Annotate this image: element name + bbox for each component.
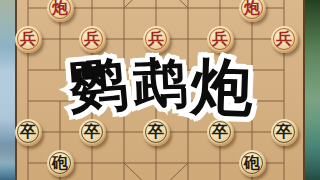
piece-character: 炮 xyxy=(244,0,260,16)
piece-character: 兵 xyxy=(276,31,292,47)
piece-red-soldier[interactable]: 兵 xyxy=(271,26,298,53)
piece-character: 兵 xyxy=(212,31,228,47)
piece-black-soldier[interactable]: 卒 xyxy=(15,119,42,146)
piece-character: 兵 xyxy=(84,31,100,47)
piece-black-cannon[interactable]: 砲 xyxy=(47,150,74,177)
piece-black-soldier[interactable]: 卒 xyxy=(271,119,298,146)
piece-black-soldier[interactable]: 卒 xyxy=(143,119,170,146)
overlay-title-character: 炮 xyxy=(190,53,254,123)
piece-character: 卒 xyxy=(84,124,100,140)
piece-character: 砲 xyxy=(244,155,260,171)
piece-red-soldier[interactable]: 兵 xyxy=(207,26,234,53)
piece-character: 兵 xyxy=(148,31,164,47)
piece-red-soldier[interactable]: 兵 xyxy=(143,26,170,53)
overlay-title-character: 鹦 xyxy=(66,52,129,121)
overlay-title-character: 鹉 xyxy=(132,53,188,114)
piece-character: 卒 xyxy=(212,124,228,140)
piece-black-cannon[interactable]: 砲 xyxy=(239,150,266,177)
piece-character: 砲 xyxy=(52,155,68,171)
piece-character: 卒 xyxy=(148,124,164,140)
piece-character: 兵 xyxy=(20,31,36,47)
piece-black-soldier[interactable]: 卒 xyxy=(79,119,106,146)
piece-red-soldier[interactable]: 兵 xyxy=(79,26,106,53)
xiangqi-app: 炮炮兵兵兵兵兵卒卒卒卒砲卒砲 鹦鹉炮 xyxy=(0,0,320,180)
overlay-title: 鹦鹉炮 xyxy=(0,54,320,118)
piece-red-soldier[interactable]: 兵 xyxy=(15,26,42,53)
piece-character: 卒 xyxy=(20,124,36,140)
piece-red-cannon[interactable]: 炮 xyxy=(239,0,266,22)
piece-red-cannon[interactable]: 炮 xyxy=(47,0,74,22)
piece-character: 炮 xyxy=(52,0,68,16)
piece-character: 卒 xyxy=(276,124,292,140)
